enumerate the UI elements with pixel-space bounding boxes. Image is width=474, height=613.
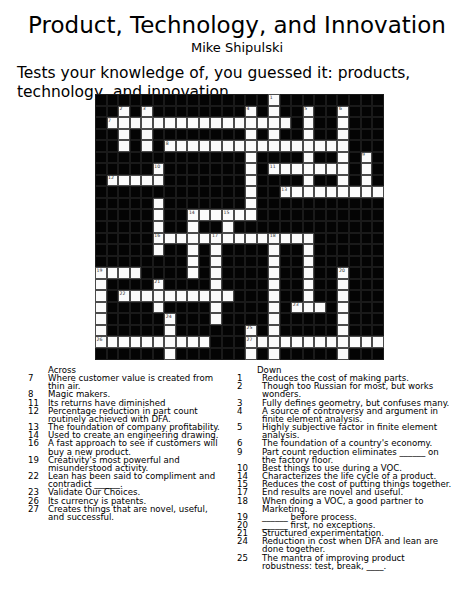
crossword-cell-white[interactable]: 7 [107, 117, 119, 129]
crossword-cell-black [234, 290, 246, 302]
crossword-cell-white[interactable] [291, 186, 303, 198]
crossword-cell-white[interactable] [187, 256, 199, 268]
crossword-cell-white[interactable] [187, 244, 199, 256]
crossword-cell-white[interactable] [130, 175, 142, 187]
crossword-cell-black [187, 94, 199, 106]
crossword-cell-white[interactable] [187, 336, 199, 348]
crossword-cell-black [326, 117, 338, 129]
crossword-cell-black [257, 244, 269, 256]
crossword-cell-black [95, 186, 107, 198]
crossword-cell-black [361, 117, 373, 129]
crossword-cell-white[interactable]: 19 [95, 267, 107, 279]
crossword-cell-white[interactable]: 12 [107, 175, 119, 187]
crossword-cell-white[interactable] [130, 267, 142, 279]
crossword-cell-white[interactable]: 13 [280, 186, 292, 198]
crossword-cell-white[interactable] [118, 117, 130, 129]
crossword-cell-white[interactable] [280, 233, 292, 245]
crossword-cell-black [257, 221, 269, 233]
crossword-cell-white[interactable] [337, 336, 349, 348]
crossword-cell-white[interactable] [153, 221, 165, 233]
crossword-cell-white[interactable] [95, 290, 107, 302]
crossword-cell-white[interactable] [187, 290, 199, 302]
crossword-cell-white[interactable]: 20 [337, 267, 349, 279]
crossword-cell-black [176, 106, 188, 118]
crossword-cell-white[interactable] [303, 140, 315, 152]
crossword-cell-white[interactable] [153, 175, 165, 187]
crossword-cell-white[interactable] [245, 175, 257, 187]
crossword-cell-black [222, 244, 234, 256]
author-byline: Mike Shipulski [0, 40, 474, 55]
crossword-cell-white[interactable] [222, 221, 234, 233]
crossword-cell-white[interactable] [361, 336, 373, 348]
crossword-cell-white[interactable] [245, 140, 257, 152]
crossword-cell-black [210, 175, 222, 187]
crossword-cell-white[interactable] [303, 117, 315, 129]
crossword-cell-white[interactable] [337, 348, 349, 360]
crossword-cell-white[interactable] [268, 290, 280, 302]
crossword-cell-black [118, 152, 130, 164]
crossword-cell-white[interactable] [130, 336, 142, 348]
crossword-cell-white[interactable] [361, 186, 373, 198]
crossword-cell-black [210, 152, 222, 164]
crossword-cell-white[interactable] [303, 336, 315, 348]
crossword-cell-white[interactable] [141, 140, 153, 152]
crossword-cell-white[interactable] [268, 313, 280, 325]
crossword-cell-black [303, 348, 315, 360]
crossword-cell-white[interactable] [361, 175, 373, 187]
crossword-cell-white[interactable]: 15 [222, 209, 234, 221]
crossword-cell-white[interactable] [337, 279, 349, 291]
crossword-cell-black [199, 198, 211, 210]
crossword-cell-white[interactable] [303, 175, 315, 187]
crossword-cell-white[interactable]: 26 [95, 336, 107, 348]
crossword-cell-black [199, 186, 211, 198]
crossword-cell-white[interactable] [141, 336, 153, 348]
crossword-cell-black [349, 290, 361, 302]
crossword-cell-white[interactable] [303, 267, 315, 279]
crossword-cell-black [141, 302, 153, 314]
crossword-cell-black [234, 256, 246, 268]
crossword-cell-white[interactable] [141, 290, 153, 302]
crossword-cell-white[interactable] [222, 290, 234, 302]
crossword-cell-black [118, 198, 130, 210]
crossword-grid: 1234567891011121314151617181920212223242… [95, 94, 384, 360]
crossword-cell-black [372, 325, 384, 337]
crossword-cell-black [372, 290, 384, 302]
crossword-cell-white[interactable] [337, 152, 349, 164]
crossword-cell-white[interactable] [199, 233, 211, 245]
crossword-cell-black [372, 198, 384, 210]
crossword-cell-black [245, 94, 257, 106]
crossword-cell-white[interactable] [326, 336, 338, 348]
crossword-cell-white[interactable] [164, 233, 176, 245]
crossword-cell-black [326, 175, 338, 187]
crossword-cell-black [361, 313, 373, 325]
crossword-cell-white[interactable] [314, 163, 326, 175]
crossword-cell-black [107, 290, 119, 302]
crossword-cell-black [245, 279, 257, 291]
crossword-cell-white[interactable] [280, 336, 292, 348]
crossword-cell-white[interactable]: 5 [303, 106, 315, 118]
crossword-cell-white[interactable] [291, 336, 303, 348]
crossword-cell-white[interactable] [199, 336, 211, 348]
crossword-cell-black [257, 198, 269, 210]
crossword-cell-white[interactable] [349, 186, 361, 198]
crossword-cell-white[interactable] [176, 117, 188, 129]
crossword-cell-black [326, 279, 338, 291]
crossword-cell-black [349, 325, 361, 337]
crossword-cell-white[interactable] [95, 302, 107, 314]
crossword-cell-white[interactable] [303, 186, 315, 198]
crossword-cell-black [326, 129, 338, 141]
crossword-cell-black [187, 279, 199, 291]
crossword-cell-black [361, 290, 373, 302]
crossword-cell-white[interactable] [164, 117, 176, 129]
crossword-cell-white[interactable] [176, 140, 188, 152]
crossword-cell-white[interactable] [268, 348, 280, 360]
crossword-cell-black [314, 313, 326, 325]
crossword-cell-black [349, 267, 361, 279]
crossword-cell-white[interactable]: 24 [164, 313, 176, 325]
crossword-cell-black [361, 302, 373, 314]
crossword-cell-white[interactable]: 4 [245, 106, 257, 118]
crossword-cell-white[interactable] [303, 129, 315, 141]
crossword-cell-black [314, 152, 326, 164]
crossword-cell-black [372, 221, 384, 233]
crossword-cell-white[interactable] [337, 302, 349, 314]
crossword-cell-white[interactable] [153, 302, 165, 314]
crossword-cell-black [361, 325, 373, 337]
crossword-cell-white[interactable]: 16 [153, 233, 165, 245]
crossword-cell-white[interactable] [303, 302, 315, 314]
crossword-cell-white[interactable] [268, 129, 280, 141]
crossword-cell-black [234, 198, 246, 210]
crossword-cell-white[interactable] [210, 209, 222, 221]
crossword-cell-black [268, 209, 280, 221]
crossword-cell-white[interactable] [118, 175, 130, 187]
crossword-cell-black [210, 163, 222, 175]
crossword-cell-white[interactable] [210, 140, 222, 152]
crossword-cell-white[interactable] [176, 336, 188, 348]
crossword-cell-black [314, 325, 326, 337]
crossword-cell-white[interactable]: 2 [118, 106, 130, 118]
crossword-cell-white[interactable] [222, 233, 234, 245]
crossword-cell-white[interactable] [303, 290, 315, 302]
crossword-cell-black [372, 244, 384, 256]
crossword-cell-white[interactable] [234, 117, 246, 129]
crossword-cell-white[interactable] [210, 302, 222, 314]
crossword-cell-white[interactable] [268, 117, 280, 129]
crossword-cell-white[interactable] [141, 175, 153, 187]
clue-row: 7Where customer value is created from th… [28, 374, 238, 390]
crossword-cell-black [280, 290, 292, 302]
crossword-cell-white[interactable] [210, 244, 222, 256]
crossword-cell-white[interactable] [268, 279, 280, 291]
crossword-cell-white[interactable] [245, 186, 257, 198]
crossword-cell-white[interactable] [199, 140, 211, 152]
crossword-cell-white[interactable] [326, 163, 338, 175]
crossword-cell-white[interactable] [210, 267, 222, 279]
crossword-cell-white[interactable] [245, 152, 257, 164]
crossword-cell-white[interactable] [303, 256, 315, 268]
crossword-cell-white[interactable] [314, 186, 326, 198]
clue-row: 22Lean has been said to compliment and c… [28, 472, 238, 488]
crossword-cell-white[interactable] [118, 129, 130, 141]
crossword-cell-white[interactable] [245, 233, 257, 245]
crossword-cell-white[interactable] [164, 348, 176, 360]
crossword-cell-black [268, 152, 280, 164]
crossword-cell-white[interactable] [372, 336, 384, 348]
crossword-cell-white[interactable] [187, 221, 199, 233]
crossword-cell-black [107, 302, 119, 314]
crossword-cell-white[interactable] [210, 290, 222, 302]
crossword-cell-white[interactable]: 11 [268, 163, 280, 175]
crossword-cell-white[interactable] [199, 290, 211, 302]
crossword-cell-white[interactable] [314, 140, 326, 152]
crossword-cell-white[interactable] [291, 163, 303, 175]
crossword-cell-white[interactable] [314, 302, 326, 314]
crossword-cell-black [257, 209, 269, 221]
crossword-cell-black [222, 256, 234, 268]
crossword-cell-white[interactable] [245, 198, 257, 210]
crossword-cell-black [95, 94, 107, 106]
crossword-cell-white[interactable]: 6 [337, 106, 349, 118]
crossword-cell-white[interactable] [130, 117, 142, 129]
crossword-cell-black [361, 140, 373, 152]
crossword-cell-black [164, 152, 176, 164]
crossword-cell-white[interactable] [210, 117, 222, 129]
crossword-cell-white[interactable] [303, 163, 315, 175]
crossword-cell-white[interactable] [164, 290, 176, 302]
crossword-cell-white[interactable] [187, 117, 199, 129]
crossword-cell-white[interactable] [280, 140, 292, 152]
crossword-cell-white[interactable] [337, 140, 349, 152]
crossword-cell-white[interactable] [153, 117, 165, 129]
crossword-cell-white[interactable] [210, 256, 222, 268]
crossword-cell-white[interactable] [268, 267, 280, 279]
crossword-cell-white[interactable] [337, 325, 349, 337]
crossword-cell-white[interactable] [326, 186, 338, 198]
crossword-cell-white[interactable] [303, 279, 315, 291]
crossword-cell-black [107, 198, 119, 210]
crossword-cell-black [95, 233, 107, 245]
crossword-cell-white[interactable] [245, 209, 257, 221]
crossword-cell-white[interactable] [187, 233, 199, 245]
crossword-cell-white[interactable] [107, 336, 119, 348]
crossword-cell-black [291, 279, 303, 291]
crossword-cell-black [118, 221, 130, 233]
crossword-cell-white[interactable] [199, 209, 211, 221]
crossword-cell-white[interactable] [222, 140, 234, 152]
crossword-cell-black [268, 175, 280, 187]
crossword-cell-white[interactable] [337, 163, 349, 175]
crossword-cell-black [361, 209, 373, 221]
crossword-cell-white[interactable] [245, 129, 257, 141]
crossword-cell-white[interactable]: 25 [245, 325, 257, 337]
crossword-cell-white[interactable]: 18 [268, 233, 280, 245]
cell-number: 3 [143, 106, 146, 112]
crossword-cell-black [199, 348, 211, 360]
crossword-cell-black [199, 279, 211, 291]
crossword-cell-white[interactable] [337, 290, 349, 302]
crossword-cell-white[interactable] [176, 233, 188, 245]
crossword-cell-white[interactable] [337, 313, 349, 325]
crossword-cell-black [118, 313, 130, 325]
crossword-cell-white[interactable] [95, 279, 107, 291]
crossword-cell-black [222, 106, 234, 118]
crossword-cell-white[interactable] [107, 267, 119, 279]
clue-text: Highly subjective factor in finite eleme… [262, 423, 454, 439]
crossword-cell-black [107, 163, 119, 175]
crossword-cell-white[interactable]: 10 [153, 163, 165, 175]
crossword-cell-white[interactable] [268, 244, 280, 256]
crossword-cell-white[interactable] [314, 336, 326, 348]
crossword-cell-white[interactable] [280, 117, 292, 129]
crossword-cell-white[interactable] [222, 117, 234, 129]
crossword-cell-black [291, 348, 303, 360]
crossword-cell-white[interactable] [257, 117, 269, 129]
crossword-cell-white[interactable] [291, 233, 303, 245]
crossword-cell-black [199, 244, 211, 256]
crossword-cell-black [176, 348, 188, 360]
crossword-cell-white[interactable]: 9 [361, 152, 373, 164]
crossword-cell-white[interactable] [118, 267, 130, 279]
crossword-cell-white[interactable] [234, 233, 246, 245]
crossword-cell-white[interactable] [257, 336, 269, 348]
crossword-cell-black [164, 198, 176, 210]
crossword-cell-black [187, 302, 199, 314]
crossword-cell-white[interactable] [187, 267, 199, 279]
crossword-cell-white[interactable] [337, 186, 349, 198]
crossword-cell-black [372, 106, 384, 118]
crossword-cell-white[interactable] [95, 325, 107, 337]
crossword-cell-black [107, 313, 119, 325]
crossword-cell-black [326, 94, 338, 106]
crossword-cell-black [280, 267, 292, 279]
crossword-cell-black [257, 94, 269, 106]
crossword-cell-black [280, 152, 292, 164]
crossword-cell-white[interactable] [337, 175, 349, 187]
crossword-cell-white[interactable]: 23 [291, 302, 303, 314]
crossword-cell-white[interactable] [95, 313, 107, 325]
crossword-cell-white[interactable] [268, 140, 280, 152]
crossword-cell-black [314, 94, 326, 106]
crossword-cell-white[interactable] [303, 233, 315, 245]
crossword-cell-black [234, 348, 246, 360]
crossword-cell-white[interactable] [199, 117, 211, 129]
crossword-cell-white[interactable] [210, 279, 222, 291]
crossword-cell-black [314, 106, 326, 118]
crossword-cell-white[interactable] [245, 348, 257, 360]
crossword-cell-white[interactable] [268, 336, 280, 348]
crossword-cell-white[interactable] [303, 244, 315, 256]
crossword-cell-black [153, 348, 165, 360]
crossword-cell-black [141, 279, 153, 291]
crossword-cell-white[interactable] [187, 140, 199, 152]
crossword-cell-white[interactable] [245, 163, 257, 175]
crossword-cell-white[interactable] [268, 325, 280, 337]
crossword-cell-white[interactable] [280, 163, 292, 175]
crossword-cell-black [164, 209, 176, 221]
crossword-cell-black [187, 129, 199, 141]
crossword-cell-white[interactable] [176, 290, 188, 302]
crossword-cell-black [234, 163, 246, 175]
crossword-cell-white[interactable] [268, 256, 280, 268]
crossword-cell-black [280, 94, 292, 106]
crossword-cell-white[interactable]: 27 [245, 336, 257, 348]
crossword-cell-white[interactable] [141, 117, 153, 129]
crossword-cell-black [326, 152, 338, 164]
crossword-cell-black [199, 256, 211, 268]
crossword-cell-white[interactable] [268, 302, 280, 314]
crossword-cell-white[interactable] [337, 117, 349, 129]
crossword-cell-white[interactable] [326, 140, 338, 152]
crossword-cell-white[interactable] [210, 313, 222, 325]
crossword-cell-black [314, 348, 326, 360]
crossword-cell-white[interactable] [164, 336, 176, 348]
crossword-cell-white[interactable] [153, 198, 165, 210]
crossword-cell-white[interactable] [153, 209, 165, 221]
crossword-cell-white[interactable]: 14 [187, 209, 199, 221]
crossword-cell-black [210, 94, 222, 106]
crossword-cell-white[interactable] [257, 140, 269, 152]
crossword-cell-white[interactable]: 22 [118, 290, 130, 302]
crossword-cell-white[interactable] [372, 186, 384, 198]
crossword-cell-white[interactable] [291, 140, 303, 152]
crossword-cell-white[interactable] [130, 290, 142, 302]
crossword-cell-black [291, 152, 303, 164]
crossword-cell-black [326, 256, 338, 268]
crossword-cell-black [314, 267, 326, 279]
crossword-cell-black [291, 256, 303, 268]
crossword-cell-white[interactable] [361, 163, 373, 175]
crossword-cell-black [349, 140, 361, 152]
crossword-cell-white[interactable] [153, 336, 165, 348]
crossword-cell-white[interactable] [337, 129, 349, 141]
crossword-cell-white[interactable]: 21 [153, 279, 165, 291]
crossword-cell-black [222, 186, 234, 198]
crossword-cell-white[interactable]: 3 [141, 106, 153, 118]
crossword-cell-white[interactable] [153, 244, 165, 256]
crossword-cell-white[interactable]: 17 [210, 233, 222, 245]
crossword-cell-white[interactable] [153, 290, 165, 302]
crossword-cell-white[interactable] [349, 336, 361, 348]
crossword-cell-white[interactable] [234, 140, 246, 152]
crossword-cell-white[interactable] [245, 117, 257, 129]
crossword-cell-white[interactable] [118, 140, 130, 152]
crossword-cell-white[interactable] [164, 325, 176, 337]
crossword-cell-white[interactable]: 8 [164, 140, 176, 152]
crossword-cell-black [349, 198, 361, 210]
crossword-cell-black [234, 221, 246, 233]
crossword-cell-black [361, 348, 373, 360]
crossword-cell-black [361, 233, 373, 245]
crossword-cell-white[interactable] [303, 152, 315, 164]
cell-number: 27 [247, 337, 253, 343]
crossword-cell-white[interactable] [141, 129, 153, 141]
crossword-cell-white[interactable] [257, 233, 269, 245]
crossword-cell-white[interactable] [234, 209, 246, 221]
crossword-cell-black [291, 244, 303, 256]
clue-text: The mantra of improving product robustne… [262, 554, 454, 570]
crossword-cell-white[interactable]: 1 [268, 94, 280, 106]
crossword-cell-white[interactable] [118, 336, 130, 348]
crossword-cell-black [107, 221, 119, 233]
crossword-cell-black [257, 290, 269, 302]
crossword-cell-white[interactable] [268, 106, 280, 118]
crossword-cell-black [199, 302, 211, 314]
crossword-cell-black [153, 256, 165, 268]
